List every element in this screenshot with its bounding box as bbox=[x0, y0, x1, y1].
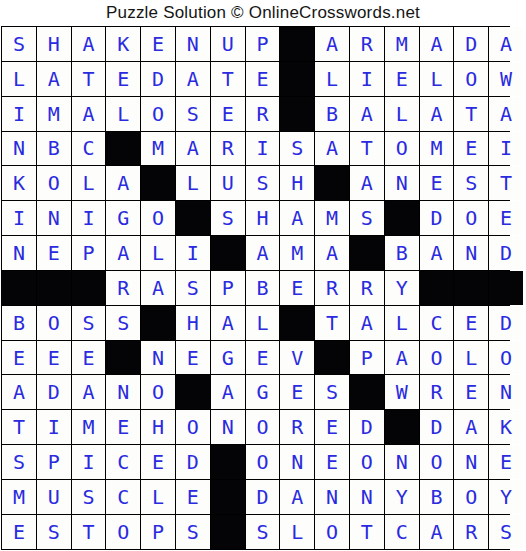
letter-cell: S bbox=[2, 445, 36, 479]
letter-cell: E bbox=[315, 445, 349, 479]
letter-cell: S bbox=[315, 375, 349, 409]
letter-cell: B bbox=[385, 236, 419, 270]
letter-cell: D bbox=[37, 375, 71, 409]
block-cell bbox=[385, 410, 419, 444]
letter-cell: V bbox=[280, 341, 314, 375]
letter-cell: T bbox=[2, 410, 36, 444]
letter-cell: O bbox=[246, 410, 280, 444]
letter-cell: E bbox=[315, 410, 349, 444]
letter-cell: R bbox=[280, 410, 314, 444]
block-cell bbox=[350, 236, 384, 270]
block-cell bbox=[141, 166, 175, 200]
letter-cell: L bbox=[246, 306, 280, 340]
letter-cell: O bbox=[454, 201, 488, 235]
letter-cell: A bbox=[385, 341, 419, 375]
letter-cell: S bbox=[72, 480, 106, 514]
letter-cell: U bbox=[211, 166, 245, 200]
letter-cell: N bbox=[2, 236, 36, 270]
letter-cell: O bbox=[176, 410, 210, 444]
letter-cell: N bbox=[141, 341, 175, 375]
letter-cell: K bbox=[106, 27, 140, 61]
block-cell bbox=[350, 375, 384, 409]
letter-cell: N bbox=[2, 132, 36, 166]
letter-cell: O bbox=[350, 445, 384, 479]
letter-cell: M bbox=[72, 410, 106, 444]
puzzle-solution-page: Puzzle Solution © OnlineCrosswords.net S… bbox=[0, 0, 526, 551]
letter-cell: E bbox=[37, 236, 71, 270]
letter-cell: K bbox=[489, 410, 523, 444]
letter-cell: E bbox=[489, 445, 523, 479]
block-cell bbox=[280, 27, 314, 61]
letter-cell: A bbox=[211, 375, 245, 409]
letter-cell: R bbox=[350, 27, 384, 61]
letter-cell: O bbox=[141, 201, 175, 235]
letter-cell: E bbox=[141, 445, 175, 479]
letter-cell: A bbox=[72, 375, 106, 409]
letter-cell: B bbox=[246, 271, 280, 305]
letter-cell: R bbox=[350, 271, 384, 305]
letter-cell: S bbox=[176, 515, 210, 549]
letter-cell: A bbox=[37, 62, 71, 96]
letter-cell: P bbox=[141, 515, 175, 549]
block-cell bbox=[176, 201, 210, 235]
block-cell bbox=[280, 62, 314, 96]
letter-cell: A bbox=[141, 271, 175, 305]
crossword-grid: SHAKENUPARMADALATEDATELIELOWIMALOSERBALA… bbox=[1, 26, 510, 550]
letter-cell: Y bbox=[489, 480, 523, 514]
letter-cell: M bbox=[37, 97, 71, 131]
block-cell bbox=[211, 480, 245, 514]
letter-cell: L bbox=[420, 62, 454, 96]
letter-cell: O bbox=[37, 166, 71, 200]
letter-cell: R bbox=[106, 271, 140, 305]
letter-cell: T bbox=[72, 62, 106, 96]
letter-cell: S bbox=[211, 201, 245, 235]
letter-cell: A bbox=[420, 236, 454, 270]
letter-cell: L bbox=[315, 62, 349, 96]
block-cell bbox=[106, 132, 140, 166]
letter-cell: H bbox=[176, 306, 210, 340]
letter-cell: N bbox=[280, 445, 314, 479]
letter-cell: G bbox=[106, 201, 140, 235]
letter-cell: E bbox=[454, 132, 488, 166]
letter-cell: L bbox=[72, 166, 106, 200]
letter-cell: T bbox=[454, 97, 488, 131]
letter-cell: D bbox=[420, 201, 454, 235]
block-cell bbox=[280, 97, 314, 131]
block-cell bbox=[176, 375, 210, 409]
letter-cell: N bbox=[315, 480, 349, 514]
letter-cell: A bbox=[420, 515, 454, 549]
letter-cell: M bbox=[2, 480, 36, 514]
letter-cell: E bbox=[280, 375, 314, 409]
block-cell bbox=[211, 515, 245, 549]
letter-cell: P bbox=[211, 271, 245, 305]
letter-cell: E bbox=[37, 341, 71, 375]
letter-cell: N bbox=[176, 27, 210, 61]
letter-cell: R bbox=[315, 271, 349, 305]
letter-cell: I bbox=[489, 132, 523, 166]
letter-cell: I bbox=[246, 132, 280, 166]
letter-cell: R bbox=[246, 97, 280, 131]
letter-cell: E bbox=[211, 97, 245, 131]
letter-cell: N bbox=[211, 410, 245, 444]
letter-cell: G bbox=[246, 375, 280, 409]
letter-cell: A bbox=[280, 201, 314, 235]
letter-cell: D bbox=[141, 62, 175, 96]
letter-cell: K bbox=[2, 166, 36, 200]
letter-cell: N bbox=[37, 201, 71, 235]
letter-cell: D bbox=[246, 480, 280, 514]
letter-cell: E bbox=[176, 480, 210, 514]
block-cell bbox=[454, 271, 488, 305]
letter-cell: S bbox=[176, 271, 210, 305]
letter-cell: L bbox=[385, 306, 419, 340]
letter-cell: S bbox=[489, 515, 523, 549]
letter-cell: E bbox=[106, 410, 140, 444]
letter-cell: L bbox=[141, 236, 175, 270]
letter-cell: O bbox=[385, 132, 419, 166]
letter-cell: O bbox=[489, 341, 523, 375]
letter-cell: A bbox=[72, 97, 106, 131]
letter-cell: L bbox=[106, 97, 140, 131]
letter-cell: N bbox=[489, 375, 523, 409]
letter-cell: T bbox=[72, 515, 106, 549]
letter-cell: R bbox=[420, 375, 454, 409]
letter-cell: Y bbox=[385, 271, 419, 305]
letter-cell: E bbox=[489, 201, 523, 235]
letter-cell: T bbox=[211, 62, 245, 96]
block-cell bbox=[37, 271, 71, 305]
letter-cell: E bbox=[280, 271, 314, 305]
block-cell bbox=[106, 341, 140, 375]
letter-cell: U bbox=[37, 480, 71, 514]
block-cell bbox=[211, 236, 245, 270]
letter-cell: A bbox=[350, 166, 384, 200]
letter-cell: O bbox=[106, 515, 140, 549]
letter-cell: W bbox=[489, 62, 523, 96]
letter-cell: A bbox=[176, 62, 210, 96]
letter-cell: M bbox=[420, 132, 454, 166]
letter-cell: A bbox=[106, 166, 140, 200]
letter-cell: E bbox=[454, 306, 488, 340]
letter-cell: S bbox=[2, 27, 36, 61]
letter-cell: D bbox=[176, 445, 210, 479]
letter-cell: L bbox=[280, 515, 314, 549]
letter-cell: B bbox=[315, 97, 349, 131]
letter-cell: A bbox=[246, 236, 280, 270]
block-cell bbox=[2, 271, 36, 305]
letter-cell: A bbox=[489, 27, 523, 61]
letter-cell: A bbox=[2, 375, 36, 409]
letter-cell: S bbox=[37, 515, 71, 549]
letter-cell: I bbox=[176, 236, 210, 270]
letter-cell: O bbox=[420, 341, 454, 375]
letter-cell: H bbox=[246, 201, 280, 235]
letter-cell: N bbox=[454, 236, 488, 270]
letter-cell: O bbox=[315, 515, 349, 549]
letter-cell: B bbox=[37, 132, 71, 166]
letter-cell: C bbox=[106, 480, 140, 514]
letter-cell: N bbox=[106, 375, 140, 409]
letter-cell: L bbox=[176, 166, 210, 200]
letter-cell: W bbox=[385, 375, 419, 409]
letter-cell: I bbox=[350, 62, 384, 96]
letter-cell: T bbox=[350, 132, 384, 166]
page-title: Puzzle Solution © OnlineCrosswords.net bbox=[0, 0, 526, 26]
letter-cell: A bbox=[315, 132, 349, 166]
letter-cell: A bbox=[315, 27, 349, 61]
letter-cell: S bbox=[246, 515, 280, 549]
block-cell bbox=[315, 341, 349, 375]
letter-cell: O bbox=[454, 62, 488, 96]
letter-cell: L bbox=[385, 97, 419, 131]
block-cell bbox=[72, 271, 106, 305]
letter-cell: E bbox=[246, 341, 280, 375]
letter-cell: H bbox=[37, 27, 71, 61]
letter-cell: C bbox=[420, 306, 454, 340]
letter-cell: M bbox=[385, 27, 419, 61]
letter-cell: S bbox=[72, 306, 106, 340]
letter-cell: T bbox=[489, 166, 523, 200]
letter-cell: A bbox=[280, 480, 314, 514]
letter-cell: Y bbox=[385, 480, 419, 514]
block-cell bbox=[315, 166, 349, 200]
letter-cell: S bbox=[246, 166, 280, 200]
block-cell bbox=[141, 306, 175, 340]
block-cell bbox=[280, 306, 314, 340]
letter-cell: E bbox=[2, 515, 36, 549]
letter-cell: A bbox=[420, 27, 454, 61]
letter-cell: O bbox=[454, 480, 488, 514]
letter-cell: A bbox=[420, 97, 454, 131]
letter-cell: M bbox=[315, 201, 349, 235]
letter-cell: E bbox=[2, 341, 36, 375]
letter-cell: P bbox=[350, 341, 384, 375]
letter-cell: T bbox=[315, 306, 349, 340]
letter-cell: D bbox=[454, 27, 488, 61]
letter-cell: D bbox=[489, 236, 523, 270]
letter-cell: B bbox=[2, 306, 36, 340]
letter-cell: O bbox=[141, 97, 175, 131]
letter-cell: E bbox=[141, 27, 175, 61]
letter-cell: O bbox=[37, 306, 71, 340]
letter-cell: B bbox=[420, 480, 454, 514]
letter-cell: A bbox=[176, 132, 210, 166]
letter-cell: T bbox=[350, 515, 384, 549]
block-cell bbox=[420, 271, 454, 305]
letter-cell: O bbox=[141, 375, 175, 409]
letter-cell: I bbox=[2, 201, 36, 235]
letter-cell: L bbox=[2, 62, 36, 96]
letter-cell: H bbox=[280, 166, 314, 200]
letter-cell: A bbox=[211, 306, 245, 340]
letter-cell: E bbox=[385, 62, 419, 96]
letter-cell: E bbox=[106, 62, 140, 96]
letter-cell: I bbox=[37, 410, 71, 444]
letter-cell: I bbox=[2, 97, 36, 131]
letter-cell: R bbox=[454, 515, 488, 549]
letter-cell: A bbox=[350, 97, 384, 131]
letter-cell: G bbox=[211, 341, 245, 375]
letter-cell: R bbox=[211, 132, 245, 166]
letter-cell: E bbox=[246, 62, 280, 96]
letter-cell: N bbox=[385, 445, 419, 479]
letter-cell: P bbox=[37, 445, 71, 479]
letter-cell: C bbox=[106, 445, 140, 479]
letter-cell: I bbox=[72, 445, 106, 479]
letter-cell: M bbox=[141, 132, 175, 166]
letter-cell: E bbox=[176, 341, 210, 375]
block-cell bbox=[211, 445, 245, 479]
letter-cell: O bbox=[420, 445, 454, 479]
letter-cell: S bbox=[350, 201, 384, 235]
letter-cell: E bbox=[72, 341, 106, 375]
letter-cell: N bbox=[385, 166, 419, 200]
letter-cell: N bbox=[454, 445, 488, 479]
letter-cell: A bbox=[315, 236, 349, 270]
letter-cell: L bbox=[454, 341, 488, 375]
letter-cell: E bbox=[420, 166, 454, 200]
letter-cell: N bbox=[350, 480, 384, 514]
letter-cell: D bbox=[489, 306, 523, 340]
letter-cell: L bbox=[141, 480, 175, 514]
letter-cell: M bbox=[280, 236, 314, 270]
letter-cell: A bbox=[106, 236, 140, 270]
block-cell bbox=[489, 271, 523, 305]
letter-cell: I bbox=[72, 201, 106, 235]
letter-cell: P bbox=[72, 236, 106, 270]
letter-cell: D bbox=[350, 410, 384, 444]
letter-cell: D bbox=[420, 410, 454, 444]
block-cell bbox=[385, 201, 419, 235]
letter-cell: O bbox=[246, 445, 280, 479]
letter-cell: S bbox=[280, 132, 314, 166]
letter-cell: S bbox=[106, 306, 140, 340]
letter-cell: C bbox=[385, 515, 419, 549]
letter-cell: C bbox=[72, 132, 106, 166]
letter-cell: E bbox=[454, 375, 488, 409]
letter-cell: S bbox=[176, 97, 210, 131]
letter-cell: A bbox=[72, 27, 106, 61]
letter-cell: A bbox=[489, 97, 523, 131]
letter-cell: A bbox=[454, 410, 488, 444]
letter-cell: H bbox=[141, 410, 175, 444]
letter-cell: U bbox=[211, 27, 245, 61]
letter-cell: S bbox=[454, 166, 488, 200]
letter-cell: A bbox=[350, 306, 384, 340]
letter-cell: P bbox=[246, 27, 280, 61]
